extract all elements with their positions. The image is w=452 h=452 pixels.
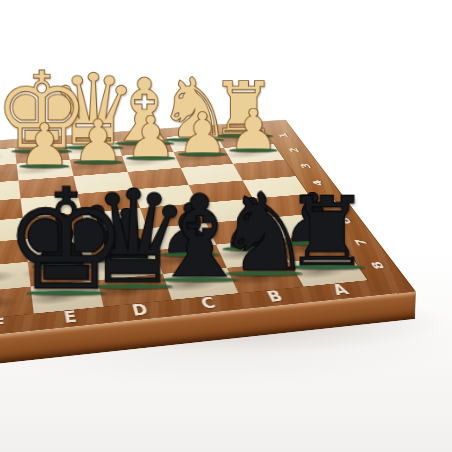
piece-black-knight-g8[interactable]: ♞ [0, 218, 9, 309]
photo-scene: rnbqkbnr/pppppppp/8/8/8/8/PPPPPPPP/RNBQK… [0, 0, 452, 452]
piece-black-bishop-f8[interactable]: ♝ [0, 209, 78, 303]
chessboard: HGFEDCBA12345678 ♜♞♝♛♚♝♞♜♟♟♟♟♟♟♟♟♟♟♟♟♟♟♟… [0, 120, 416, 359]
